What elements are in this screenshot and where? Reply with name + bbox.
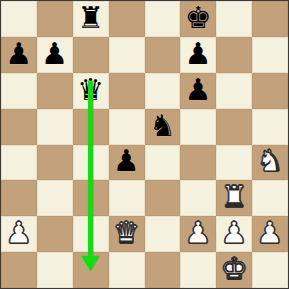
square-a3[interactable] xyxy=(1,180,37,216)
square-g4[interactable] xyxy=(216,145,252,181)
square-e7[interactable] xyxy=(145,37,181,73)
square-c7[interactable] xyxy=(73,37,109,73)
square-h6[interactable] xyxy=(252,73,288,109)
black-pawn: ♟ xyxy=(185,39,212,69)
square-e5[interactable]: ♞ xyxy=(145,109,181,145)
square-f6[interactable]: ♟ xyxy=(180,73,216,109)
square-h2[interactable]: ♟ xyxy=(252,216,288,252)
square-b7[interactable]: ♟ xyxy=(37,37,73,73)
black-knight: ♞ xyxy=(149,111,176,141)
white-rook: ♜ xyxy=(221,182,248,212)
square-f8[interactable]: ♚ xyxy=(180,1,216,37)
square-f7[interactable]: ♟ xyxy=(180,37,216,73)
white-king: ♚ xyxy=(221,254,248,284)
square-f4[interactable] xyxy=(180,145,216,181)
square-g7[interactable] xyxy=(216,37,252,73)
square-h8[interactable] xyxy=(252,1,288,37)
black-pawn: ♟ xyxy=(185,75,212,105)
square-b5[interactable] xyxy=(37,109,73,145)
square-a6[interactable] xyxy=(1,73,37,109)
square-e2[interactable] xyxy=(145,216,181,252)
square-d4[interactable]: ♟ xyxy=(109,145,145,181)
white-pawn: ♟ xyxy=(221,218,248,248)
square-g6[interactable] xyxy=(216,73,252,109)
black-queen: ♛ xyxy=(77,75,104,105)
square-c2[interactable] xyxy=(73,216,109,252)
square-g3[interactable]: ♜ xyxy=(216,180,252,216)
black-pawn: ♟ xyxy=(5,39,32,69)
white-queen: ♛ xyxy=(113,218,140,248)
square-e8[interactable] xyxy=(145,1,181,37)
square-d1[interactable] xyxy=(109,252,145,288)
square-h1[interactable] xyxy=(252,252,288,288)
square-b1[interactable] xyxy=(37,252,73,288)
square-e1[interactable] xyxy=(145,252,181,288)
square-h3[interactable] xyxy=(252,180,288,216)
square-a1[interactable] xyxy=(1,252,37,288)
square-c6[interactable]: ♛ xyxy=(73,73,109,109)
square-a5[interactable] xyxy=(1,109,37,145)
square-h7[interactable] xyxy=(252,37,288,73)
square-g5[interactable] xyxy=(216,109,252,145)
square-g1[interactable]: ♚ xyxy=(216,252,252,288)
square-c8[interactable]: ♜ xyxy=(73,1,109,37)
square-d3[interactable] xyxy=(109,180,145,216)
chess-board: ♜♚♟♟♟♛♟♞♟♞♜♟♛♟♟♟♚ xyxy=(0,0,289,289)
square-c3[interactable] xyxy=(73,180,109,216)
board-squares: ♜♚♟♟♟♛♟♞♟♞♜♟♛♟♟♟♚ xyxy=(1,1,288,288)
square-f3[interactable] xyxy=(180,180,216,216)
white-pawn: ♟ xyxy=(257,218,284,248)
white-pawn: ♟ xyxy=(185,218,212,248)
black-rook: ♜ xyxy=(77,3,104,33)
square-b2[interactable] xyxy=(37,216,73,252)
square-d6[interactable] xyxy=(109,73,145,109)
square-a4[interactable] xyxy=(1,145,37,181)
square-d8[interactable] xyxy=(109,1,145,37)
square-a8[interactable] xyxy=(1,1,37,37)
square-g8[interactable] xyxy=(216,1,252,37)
square-h5[interactable] xyxy=(252,109,288,145)
square-c1[interactable] xyxy=(73,252,109,288)
black-pawn: ♟ xyxy=(113,146,140,176)
square-c4[interactable] xyxy=(73,145,109,181)
white-knight: ♞ xyxy=(257,146,284,176)
square-g2[interactable]: ♟ xyxy=(216,216,252,252)
square-a7[interactable]: ♟ xyxy=(1,37,37,73)
square-b8[interactable] xyxy=(37,1,73,37)
white-pawn: ♟ xyxy=(5,218,32,248)
square-e6[interactable] xyxy=(145,73,181,109)
square-e4[interactable] xyxy=(145,145,181,181)
square-b3[interactable] xyxy=(37,180,73,216)
square-c5[interactable] xyxy=(73,109,109,145)
square-b4[interactable] xyxy=(37,145,73,181)
square-f5[interactable] xyxy=(180,109,216,145)
square-d2[interactable]: ♛ xyxy=(109,216,145,252)
square-d7[interactable] xyxy=(109,37,145,73)
square-d5[interactable] xyxy=(109,109,145,145)
black-pawn: ♟ xyxy=(41,39,68,69)
square-f2[interactable]: ♟ xyxy=(180,216,216,252)
square-a2[interactable]: ♟ xyxy=(1,216,37,252)
black-king: ♚ xyxy=(185,3,212,33)
square-b6[interactable] xyxy=(37,73,73,109)
square-e3[interactable] xyxy=(145,180,181,216)
square-h4[interactable]: ♞ xyxy=(252,145,288,181)
square-f1[interactable] xyxy=(180,252,216,288)
